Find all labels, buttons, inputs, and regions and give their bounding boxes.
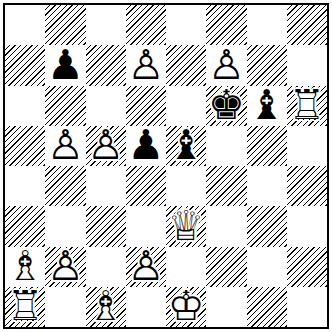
piece-glyph: ♕	[166, 206, 206, 246]
black-pawn[interactable]: ♟♟	[126, 126, 166, 166]
square-f2[interactable]	[206, 247, 246, 287]
piece-glyph: ♚	[206, 86, 246, 126]
square-f7[interactable]: ♟♙	[206, 45, 246, 85]
square-g6[interactable]: ♝♝	[247, 86, 287, 126]
square-a6[interactable]	[5, 86, 45, 126]
black-king[interactable]: ♚♚	[206, 86, 246, 126]
square-d2[interactable]: ♟♙	[126, 247, 166, 287]
square-d4[interactable]	[126, 166, 166, 206]
square-e7[interactable]	[166, 45, 206, 85]
square-e2[interactable]	[166, 247, 206, 287]
white-pawn[interactable]: ♟♙	[126, 45, 166, 85]
square-f3[interactable]	[206, 206, 246, 246]
piece-glyph: ♝	[247, 86, 287, 126]
white-pawn[interactable]: ♟♙	[206, 45, 246, 85]
white-pawn[interactable]: ♟♙	[45, 126, 85, 166]
square-b2[interactable]: ♟♙	[45, 247, 85, 287]
piece-glyph: ♗	[86, 287, 126, 327]
piece-glyph: ♟	[45, 45, 85, 85]
square-b8[interactable]	[45, 5, 85, 45]
square-g4[interactable]	[247, 166, 287, 206]
piece-glyph: ♔	[166, 287, 206, 327]
square-b3[interactable]	[45, 206, 85, 246]
square-b1[interactable]	[45, 287, 85, 327]
square-b4[interactable]	[45, 166, 85, 206]
white-bishop[interactable]: ♝♗	[86, 287, 126, 327]
square-c7[interactable]	[86, 45, 126, 85]
piece-glyph: ♙	[126, 45, 166, 85]
black-pawn[interactable]: ♟♟	[45, 45, 85, 85]
square-c6[interactable]	[86, 86, 126, 126]
square-d7[interactable]: ♟♙	[126, 45, 166, 85]
square-f8[interactable]	[206, 5, 246, 45]
square-e8[interactable]	[166, 5, 206, 45]
square-f1[interactable]	[206, 287, 246, 327]
square-b7[interactable]: ♟♟	[45, 45, 85, 85]
white-king[interactable]: ♚♔	[166, 287, 206, 327]
square-d6[interactable]	[126, 86, 166, 126]
white-pawn[interactable]: ♟♙	[126, 247, 166, 287]
square-c3[interactable]	[86, 206, 126, 246]
square-e6[interactable]	[166, 86, 206, 126]
white-queen[interactable]: ♛♕	[166, 206, 206, 246]
square-d3[interactable]	[126, 206, 166, 246]
square-e1[interactable]: ♚♔	[166, 287, 206, 327]
square-e4[interactable]	[166, 166, 206, 206]
square-b5[interactable]: ♟♙	[45, 126, 85, 166]
square-h8[interactable]	[287, 5, 327, 45]
white-rook[interactable]: ♜♖	[287, 86, 327, 126]
piece-glyph: ♙	[45, 247, 85, 287]
square-g3[interactable]	[247, 206, 287, 246]
square-c4[interactable]	[86, 166, 126, 206]
square-e5[interactable]: ♝♝	[166, 126, 206, 166]
square-c2[interactable]	[86, 247, 126, 287]
square-h1[interactable]	[287, 287, 327, 327]
black-bishop[interactable]: ♝♝	[166, 126, 206, 166]
square-a8[interactable]	[5, 5, 45, 45]
black-bishop[interactable]: ♝♝	[247, 86, 287, 126]
square-c1[interactable]: ♝♗	[86, 287, 126, 327]
piece-glyph: ♟	[126, 126, 166, 166]
square-h7[interactable]	[287, 45, 327, 85]
piece-glyph: ♙	[45, 126, 85, 166]
square-c8[interactable]	[86, 5, 126, 45]
piece-glyph: ♙	[206, 45, 246, 85]
chessboard-frame: ♟♟♟♙♟♙♚♚♝♝♜♖♟♙♟♙♟♟♝♝♛♕♝♗♟♙♟♙♜♖♝♗♚♔	[3, 3, 329, 329]
square-g1[interactable]	[247, 287, 287, 327]
square-h6[interactable]: ♜♖	[287, 86, 327, 126]
square-a3[interactable]	[5, 206, 45, 246]
square-f4[interactable]	[206, 166, 246, 206]
square-d8[interactable]	[126, 5, 166, 45]
square-f6[interactable]: ♚♚	[206, 86, 246, 126]
white-pawn[interactable]: ♟♙	[86, 126, 126, 166]
square-a1[interactable]: ♜♖	[5, 287, 45, 327]
square-h5[interactable]	[287, 126, 327, 166]
chess-board: ♟♟♟♙♟♙♚♚♝♝♜♖♟♙♟♙♟♟♝♝♛♕♝♗♟♙♟♙♜♖♝♗♚♔	[5, 5, 327, 327]
piece-glyph: ♙	[86, 126, 126, 166]
square-a4[interactable]	[5, 166, 45, 206]
diagram-page: ♟♟♟♙♟♙♚♚♝♝♜♖♟♙♟♙♟♟♝♝♛♕♝♗♟♙♟♙♜♖♝♗♚♔	[0, 0, 332, 332]
square-e3[interactable]: ♛♕	[166, 206, 206, 246]
square-d1[interactable]	[126, 287, 166, 327]
square-c5[interactable]: ♟♙	[86, 126, 126, 166]
square-d5[interactable]: ♟♟	[126, 126, 166, 166]
square-a7[interactable]	[5, 45, 45, 85]
square-a2[interactable]: ♝♗	[5, 247, 45, 287]
piece-glyph: ♖	[5, 287, 45, 327]
piece-glyph: ♙	[126, 247, 166, 287]
square-g5[interactable]	[247, 126, 287, 166]
white-rook[interactable]: ♜♖	[5, 287, 45, 327]
piece-glyph: ♖	[287, 86, 327, 126]
square-h2[interactable]	[287, 247, 327, 287]
square-b6[interactable]	[45, 86, 85, 126]
white-bishop[interactable]: ♝♗	[5, 247, 45, 287]
piece-glyph: ♗	[5, 247, 45, 287]
square-g8[interactable]	[247, 5, 287, 45]
piece-glyph: ♝	[166, 126, 206, 166]
square-g2[interactable]	[247, 247, 287, 287]
square-g7[interactable]	[247, 45, 287, 85]
square-h3[interactable]	[287, 206, 327, 246]
square-f5[interactable]	[206, 126, 246, 166]
square-h4[interactable]	[287, 166, 327, 206]
white-pawn[interactable]: ♟♙	[45, 247, 85, 287]
square-a5[interactable]	[5, 126, 45, 166]
